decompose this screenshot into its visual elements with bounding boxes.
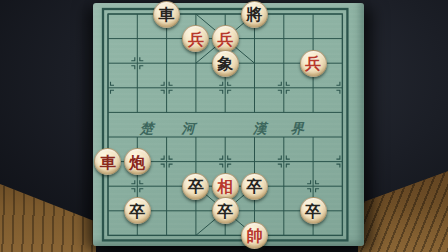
xiangqi-board[interactable]: 楚河 漢界 車將兵兵象兵車炮卒相卒卒卒卒帥 (93, 3, 364, 246)
piece-character: 兵 (188, 31, 204, 47)
piece-black-soldier[interactable]: 卒 (241, 173, 268, 200)
piece-character: 卒 (217, 203, 233, 219)
piece-red-soldier[interactable]: 兵 (182, 25, 209, 52)
piece-black-soldier[interactable]: 卒 (182, 173, 209, 200)
piece-character: 卒 (188, 179, 204, 195)
piece-black-general[interactable]: 將 (241, 1, 268, 28)
piece-red-soldier[interactable]: 兵 (300, 50, 327, 77)
piece-red-elephant[interactable]: 相 (212, 173, 239, 200)
piece-character: 卒 (305, 203, 321, 219)
piece-character: 帥 (246, 228, 262, 244)
wood-floor-left (0, 0, 96, 252)
piece-red-chariot[interactable]: 車 (94, 148, 121, 175)
piece-black-soldier[interactable]: 卒 (212, 197, 239, 224)
piece-character: 將 (246, 7, 262, 23)
piece-black-elephant[interactable]: 象 (212, 50, 239, 77)
piece-character: 炮 (129, 154, 145, 170)
piece-red-soldier[interactable]: 兵 (212, 25, 239, 52)
pieces-layer: 車將兵兵象兵車炮卒相卒卒卒卒帥 (93, 2, 357, 248)
piece-character: 兵 (305, 56, 321, 72)
piece-red-general[interactable]: 帥 (241, 222, 268, 249)
piece-character: 車 (159, 7, 175, 23)
piece-character: 象 (217, 56, 233, 72)
piece-character: 卒 (129, 203, 145, 219)
piece-red-cannon[interactable]: 炮 (124, 148, 151, 175)
piece-black-soldier[interactable]: 卒 (124, 197, 151, 224)
game-scene: 楚河 漢界 車將兵兵象兵車炮卒相卒卒卒卒帥 (0, 0, 448, 252)
piece-character: 車 (100, 154, 116, 170)
piece-black-soldier[interactable]: 卒 (300, 197, 327, 224)
piece-character: 相 (217, 179, 233, 195)
wood-floor-right (358, 0, 448, 252)
piece-character: 卒 (246, 179, 262, 195)
piece-black-chariot[interactable]: 車 (153, 1, 180, 28)
piece-character: 兵 (217, 31, 233, 47)
